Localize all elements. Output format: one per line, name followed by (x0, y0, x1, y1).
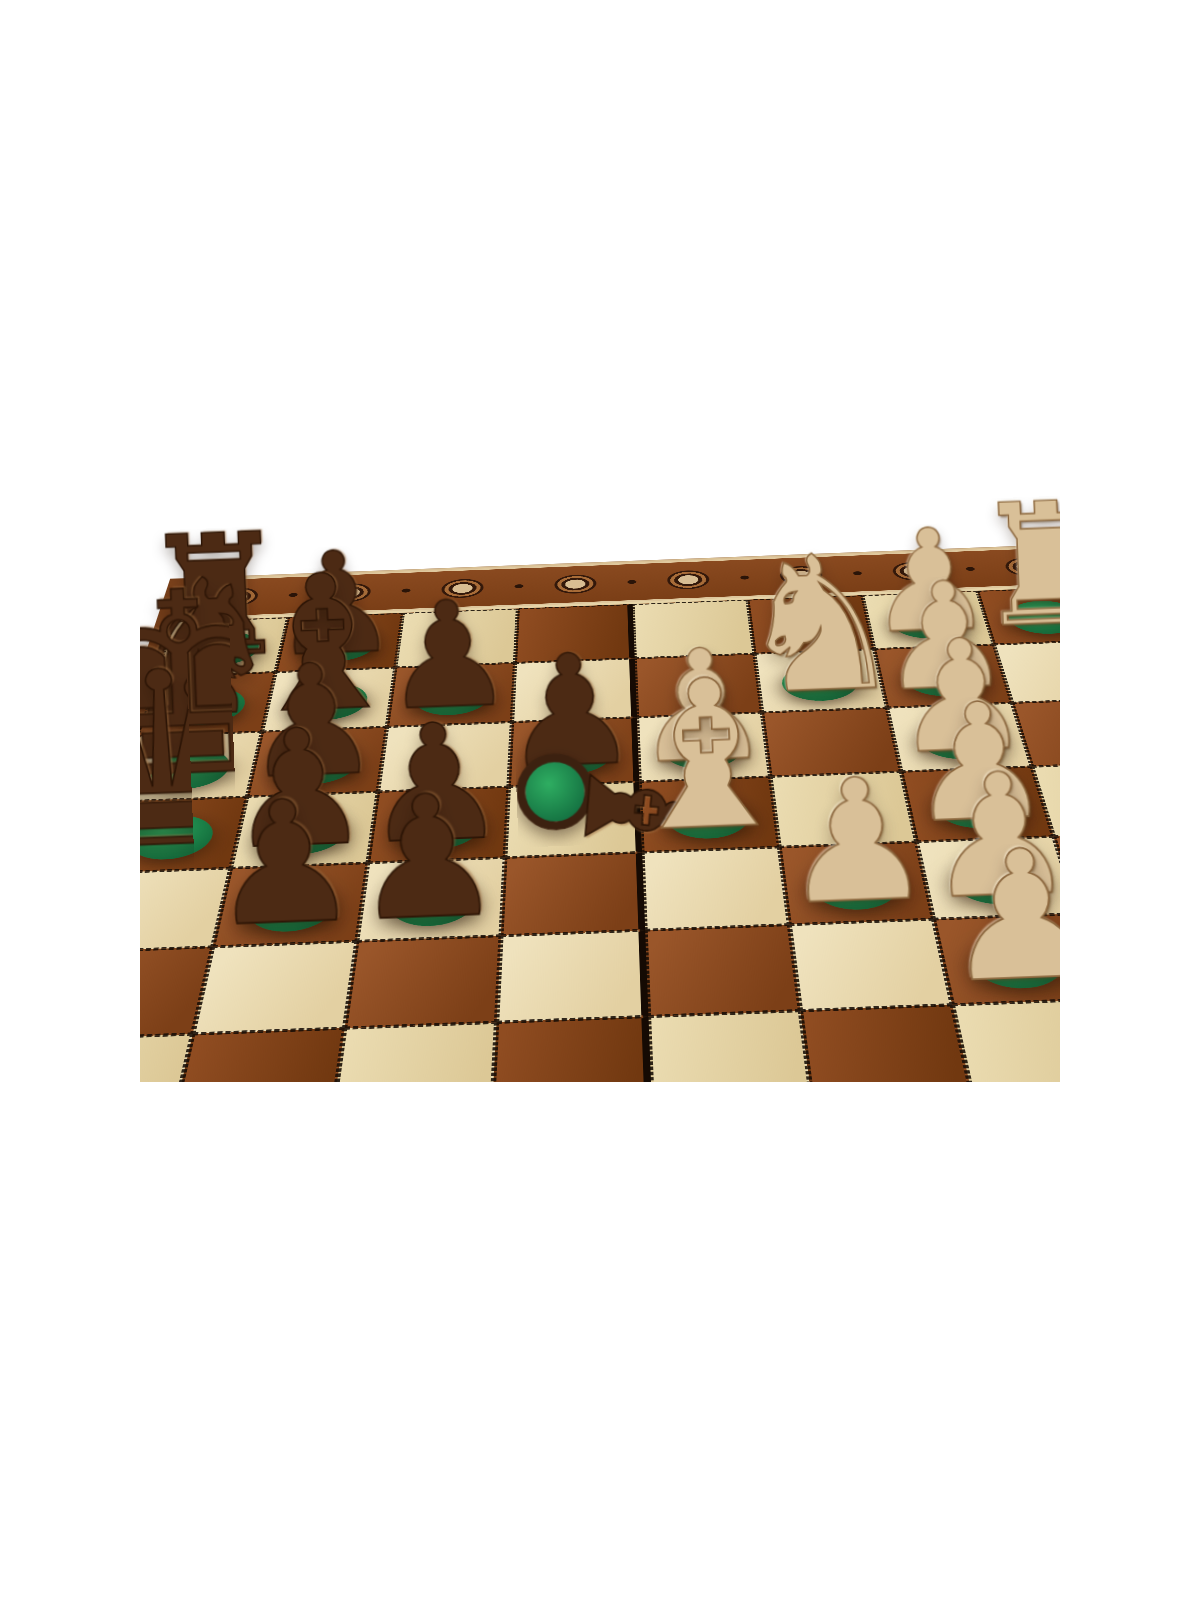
square-g3 (800, 1005, 973, 1082)
square-f2: ♟ (933, 914, 1060, 1005)
square-f6 (345, 936, 501, 1028)
black-pawn-e6: ♟ (349, 786, 505, 930)
white-pawn-e3: ♟ (779, 769, 935, 913)
white-pawn-glyph: ♟ (940, 840, 1060, 992)
square-g2 (952, 999, 1060, 1082)
square-g4 (648, 1011, 812, 1082)
white-pawn-glyph: ♟ (779, 769, 935, 913)
white-pawn-f2: ♟ (940, 840, 1060, 992)
square-g7 (171, 1028, 345, 1082)
board-squares-grid: ♜♟♟♜♞♝♟♞♟♚♟♟♟♟♛♟♟♝♝♟♟♟♟♟♟ (140, 586, 1060, 1082)
square-e7: ♟ (213, 863, 368, 947)
square-e5 (501, 852, 645, 935)
board-3d-scene: ♜♟♟♜♞♝♟♞♟♚♟♟♟♟♛♟♟♝♝♟♟♟♟♟♟ (140, 468, 1060, 1082)
square-f7 (193, 941, 357, 1034)
square-e3: ♟ (779, 842, 933, 925)
white-bishop-glyph: ♝ (612, 668, 802, 843)
square-f4 (645, 925, 800, 1017)
square-f5 (497, 930, 649, 1022)
square-f3 (789, 919, 952, 1011)
black-pawn-glyph: ♟ (206, 791, 362, 935)
square-e4 (642, 847, 789, 930)
square-g5 (492, 1016, 653, 1082)
page-background: ♜♟♟♜♞♝♟♞♟♚♟♟♟♟♛♟♟♝♝♟♟♟♟♟♟ (0, 0, 1200, 1600)
square-e6: ♟ (357, 858, 505, 942)
chess-set-photo: ♜♟♟♜♞♝♟♞♟♚♟♟♟♟♛♟♟♝♝♟♟♟♟♟♟ (140, 468, 1060, 1082)
square-g6 (331, 1022, 497, 1082)
white-bishop-d4: ♝ (612, 668, 802, 843)
chess-board: ♜♟♟♜♞♝♟♞♟♚♟♟♟♟♛♟♟♝♝♟♟♟♟♟♟ (140, 543, 1060, 1082)
black-pawn-glyph: ♟ (349, 786, 505, 930)
black-pawn-e7: ♟ (206, 791, 362, 935)
square-d4: ♝ (639, 777, 779, 853)
